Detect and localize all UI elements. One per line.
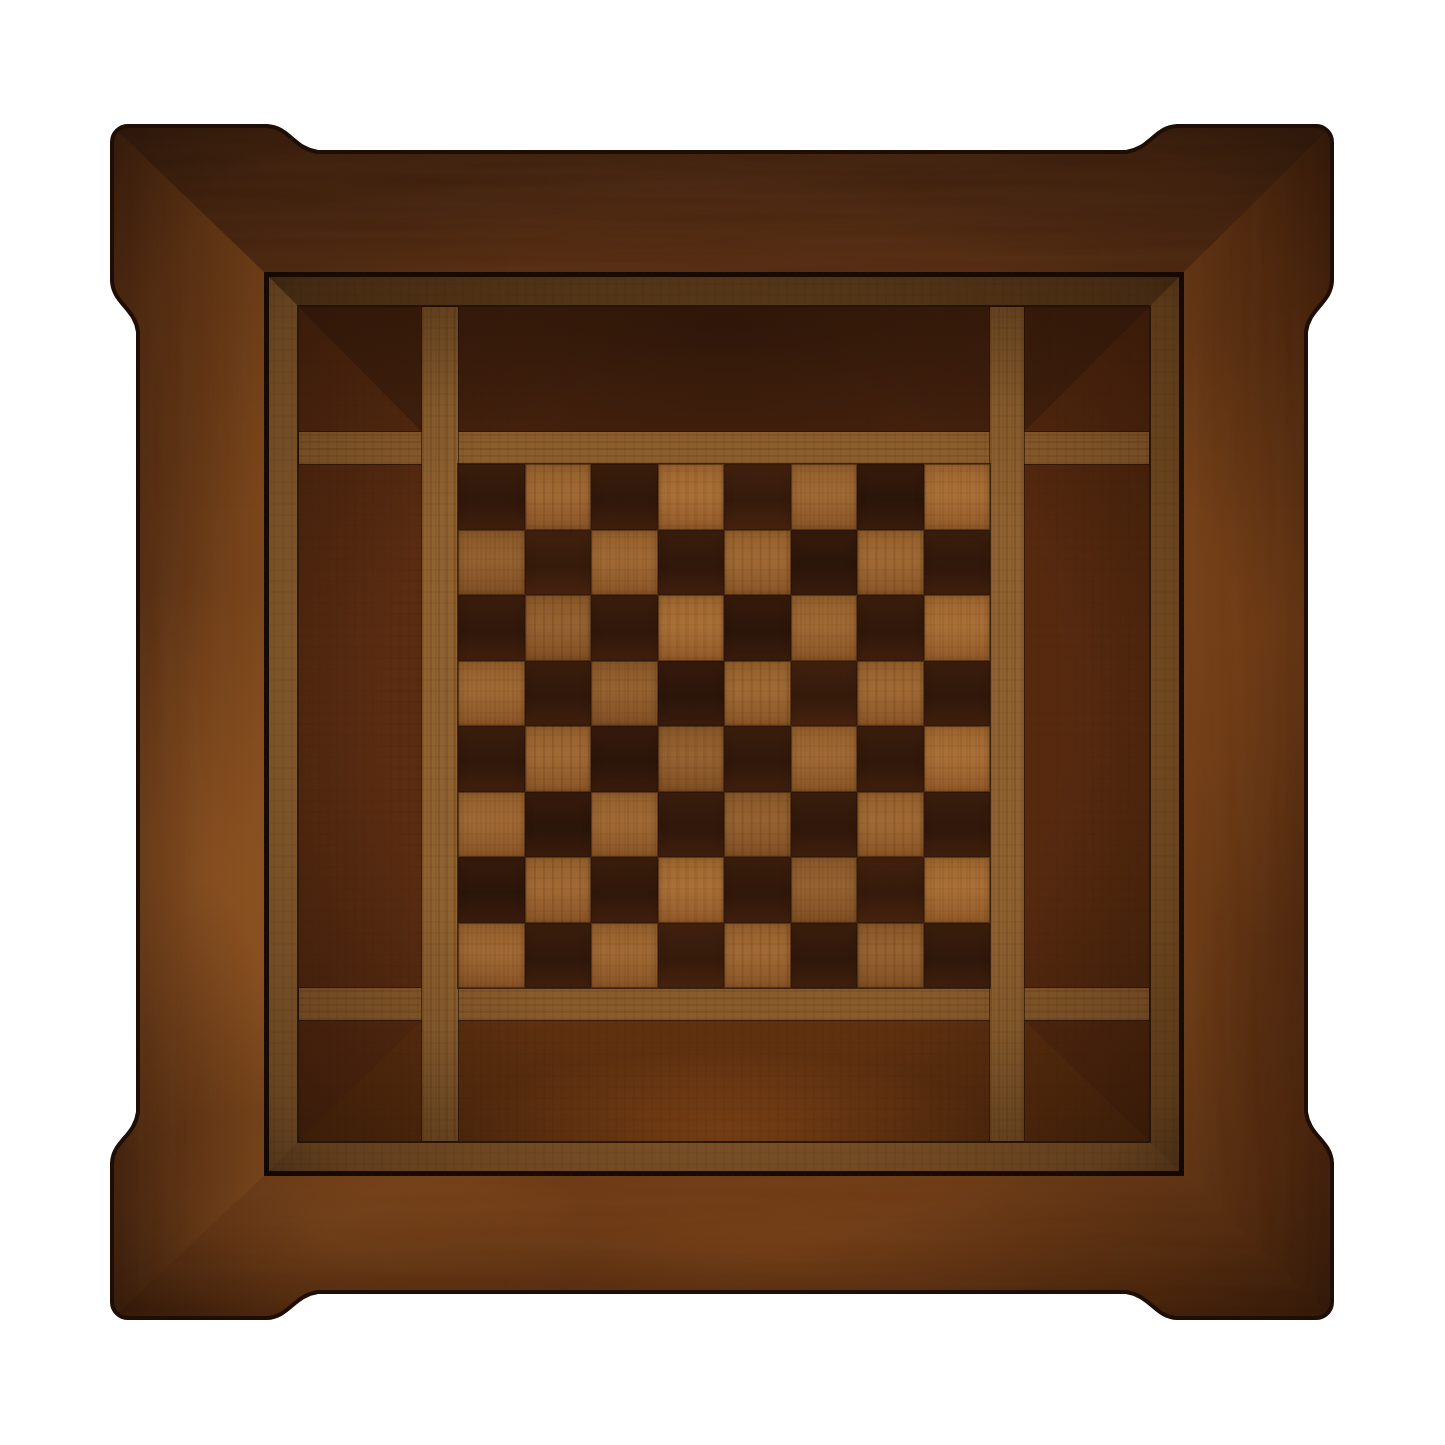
square-a3[interactable] (458, 792, 525, 858)
square-h7[interactable] (924, 530, 991, 596)
square-h8[interactable] (924, 464, 991, 530)
square-a8[interactable] (458, 464, 525, 530)
square-f6[interactable] (791, 595, 858, 661)
square-d6[interactable] (658, 595, 725, 661)
square-h5[interactable] (924, 661, 991, 727)
square-g4[interactable] (857, 726, 924, 792)
square-a5[interactable] (458, 661, 525, 727)
square-c1[interactable] (591, 923, 658, 989)
square-e5[interactable] (724, 661, 791, 727)
square-h4[interactable] (924, 726, 991, 792)
light-inlay-rail-left (422, 307, 458, 1141)
square-e8[interactable] (724, 464, 791, 530)
square-a1[interactable] (458, 923, 525, 989)
square-e2[interactable] (724, 857, 791, 923)
square-f1[interactable] (791, 923, 858, 989)
square-h2[interactable] (924, 857, 991, 923)
square-c3[interactable] (591, 792, 658, 858)
square-e4[interactable] (724, 726, 791, 792)
square-a2[interactable] (458, 857, 525, 923)
light-inlay-rail-right (990, 307, 1024, 1141)
square-d4[interactable] (658, 726, 725, 792)
square-f3[interactable] (791, 792, 858, 858)
square-h6[interactable] (924, 595, 991, 661)
square-d8[interactable] (658, 464, 725, 530)
square-b1[interactable] (525, 923, 592, 989)
square-b7[interactable] (525, 530, 592, 596)
panel-border-band (269, 277, 1179, 1171)
square-b8[interactable] (525, 464, 592, 530)
inlay-panel (264, 272, 1184, 1176)
square-c5[interactable] (591, 661, 658, 727)
square-h1[interactable] (924, 923, 991, 989)
square-c4[interactable] (591, 726, 658, 792)
square-g7[interactable] (857, 530, 924, 596)
checkerboard (458, 464, 990, 988)
square-e6[interactable] (724, 595, 791, 661)
square-f2[interactable] (791, 857, 858, 923)
square-d3[interactable] (658, 792, 725, 858)
square-d5[interactable] (658, 661, 725, 727)
square-e7[interactable] (724, 530, 791, 596)
square-f8[interactable] (791, 464, 858, 530)
square-g6[interactable] (857, 595, 924, 661)
square-g2[interactable] (857, 857, 924, 923)
square-c6[interactable] (591, 595, 658, 661)
square-d1[interactable] (658, 923, 725, 989)
square-f7[interactable] (791, 530, 858, 596)
parquet-field (299, 307, 1149, 1141)
square-g8[interactable] (857, 464, 924, 530)
square-g3[interactable] (857, 792, 924, 858)
square-e1[interactable] (724, 923, 791, 989)
square-d7[interactable] (658, 530, 725, 596)
square-b6[interactable] (525, 595, 592, 661)
square-f4[interactable] (791, 726, 858, 792)
square-a4[interactable] (458, 726, 525, 792)
game-table-photo (0, 0, 1445, 1445)
square-b3[interactable] (525, 792, 592, 858)
square-c8[interactable] (591, 464, 658, 530)
square-b5[interactable] (525, 661, 592, 727)
square-c2[interactable] (591, 857, 658, 923)
square-c7[interactable] (591, 530, 658, 596)
square-a7[interactable] (458, 530, 525, 596)
square-a6[interactable] (458, 595, 525, 661)
square-d2[interactable] (658, 857, 725, 923)
square-b2[interactable] (525, 857, 592, 923)
square-g5[interactable] (857, 661, 924, 727)
square-b4[interactable] (525, 726, 592, 792)
square-h3[interactable] (924, 792, 991, 858)
square-f5[interactable] (791, 661, 858, 727)
square-g1[interactable] (857, 923, 924, 989)
square-e3[interactable] (724, 792, 791, 858)
